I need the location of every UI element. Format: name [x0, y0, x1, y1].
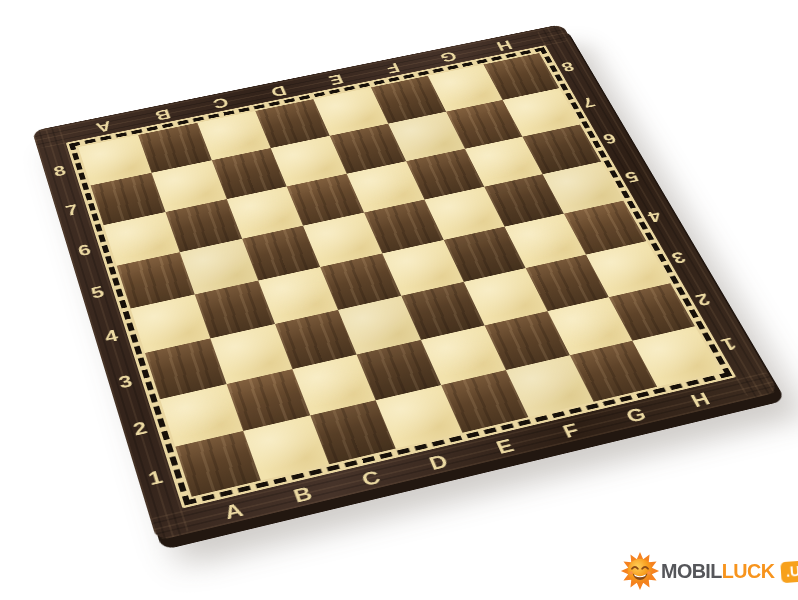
file-label-bottom-b: B: [291, 484, 315, 506]
file-label-bottom-c: C: [359, 468, 383, 489]
rank-label-right-8: 8: [559, 59, 577, 73]
file-label-top-c: C: [211, 95, 231, 110]
file-label-bottom-d: D: [426, 452, 451, 473]
file-label-bottom-e: E: [494, 436, 517, 457]
chess-board: ABCDEFGHABCDEFGH8765432187654321: [32, 24, 779, 541]
rank-label-left-5: 5: [89, 284, 106, 301]
file-label-top-f: F: [383, 61, 401, 75]
file-label-top-e: E: [326, 72, 345, 87]
file-label-top-d: D: [269, 84, 289, 99]
rank-label-left-8: 8: [52, 163, 68, 179]
ua-badge: .UA: [780, 559, 798, 582]
file-label-bottom-h: H: [688, 390, 713, 410]
rank-label-left-7: 7: [64, 202, 81, 218]
rank-label-left-6: 6: [76, 242, 93, 259]
sun-icon: [620, 551, 660, 591]
brand-mobil: MOBIL: [661, 559, 722, 583]
file-label-bottom-f: F: [560, 421, 582, 441]
file-label-bottom-g: G: [623, 405, 649, 426]
file-label-top-a: A: [94, 119, 113, 135]
file-label-bottom-a: A: [222, 500, 246, 522]
file-label-top-g: G: [438, 49, 460, 64]
brand-text: MOBIL LUCK: [661, 559, 774, 583]
photo-canvas: ABCDEFGHABCDEFGH8765432187654321 MOBIL L…: [0, 0, 798, 600]
rank-label-left-4: 4: [103, 327, 121, 345]
brand-luck: LUCK: [722, 559, 775, 583]
watermark-mobilluck: MOBIL LUCK .UA: [620, 548, 798, 594]
file-label-top-b: B: [152, 107, 172, 123]
file-label-top-h: H: [494, 38, 515, 53]
rank-label-left-3: 3: [117, 372, 135, 391]
rank-label-left-1: 1: [146, 468, 165, 488]
rank-label-left-2: 2: [131, 419, 150, 439]
